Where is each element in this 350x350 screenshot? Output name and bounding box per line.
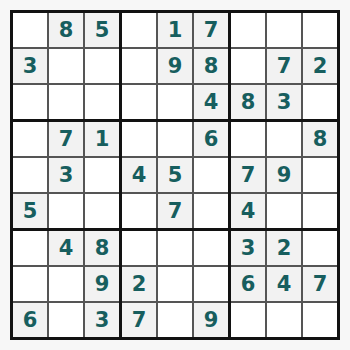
cell-r9c2[interactable]	[49, 303, 83, 337]
cell-r7c8[interactable]: 2	[267, 231, 301, 265]
box-2-2: 6457	[122, 122, 228, 228]
cell-r2c8[interactable]: 7	[267, 49, 301, 83]
cell-r8c9[interactable]: 7	[303, 267, 337, 301]
sudoku-page: 8531798472837135645787944896327932647	[0, 0, 350, 350]
box-3-2: 279	[122, 231, 228, 337]
cell-r9c4[interactable]: 7	[122, 303, 156, 337]
cell-r4c1[interactable]	[13, 122, 47, 156]
cell-r4c6[interactable]: 6	[194, 122, 228, 156]
cell-r3c4[interactable]	[122, 85, 156, 119]
cell-r9c5[interactable]	[158, 303, 192, 337]
cell-r6c6[interactable]	[194, 194, 228, 228]
cell-r1c6[interactable]: 7	[194, 13, 228, 47]
cell-r2c1[interactable]: 3	[13, 49, 47, 83]
cell-r6c8[interactable]	[267, 194, 301, 228]
cell-r9c1[interactable]: 6	[13, 303, 47, 337]
cell-r4c5[interactable]	[158, 122, 192, 156]
cell-r5c9[interactable]	[303, 158, 337, 192]
cell-r3c9[interactable]	[303, 85, 337, 119]
cell-r6c2[interactable]	[49, 194, 83, 228]
box-1-3: 7283	[231, 13, 337, 119]
cell-r2c7[interactable]	[231, 49, 265, 83]
cell-r7c5[interactable]	[158, 231, 192, 265]
cell-r3c1[interactable]	[13, 85, 47, 119]
cell-r7c7[interactable]: 3	[231, 231, 265, 265]
cell-r8c5[interactable]	[158, 267, 192, 301]
box-2-1: 7135	[13, 122, 119, 228]
cell-r2c9[interactable]: 2	[303, 49, 337, 83]
cell-r3c7[interactable]: 8	[231, 85, 265, 119]
box-3-1: 48963	[13, 231, 119, 337]
cell-r5c8[interactable]: 9	[267, 158, 301, 192]
cell-r5c6[interactable]	[194, 158, 228, 192]
sudoku-board: 8531798472837135645787944896327932647	[10, 10, 340, 340]
cell-r7c2[interactable]: 4	[49, 231, 83, 265]
cell-r1c4[interactable]	[122, 13, 156, 47]
cell-r3c2[interactable]	[49, 85, 83, 119]
cell-r9c7[interactable]	[231, 303, 265, 337]
cell-r6c4[interactable]	[122, 194, 156, 228]
cell-r1c3[interactable]: 5	[85, 13, 119, 47]
cell-r2c3[interactable]	[85, 49, 119, 83]
cell-r3c3[interactable]	[85, 85, 119, 119]
cell-r8c3[interactable]: 9	[85, 267, 119, 301]
box-1-2: 17984	[122, 13, 228, 119]
cell-r3c8[interactable]: 3	[267, 85, 301, 119]
cell-r1c7[interactable]	[231, 13, 265, 47]
cell-r7c3[interactable]: 8	[85, 231, 119, 265]
cell-r6c7[interactable]: 4	[231, 194, 265, 228]
cell-r1c1[interactable]	[13, 13, 47, 47]
cell-r8c8[interactable]: 4	[267, 267, 301, 301]
box-1-1: 853	[13, 13, 119, 119]
cell-r4c3[interactable]: 1	[85, 122, 119, 156]
cell-r7c6[interactable]	[194, 231, 228, 265]
cell-r9c9[interactable]	[303, 303, 337, 337]
cell-r4c4[interactable]	[122, 122, 156, 156]
cell-r8c4[interactable]: 2	[122, 267, 156, 301]
cell-r4c2[interactable]: 7	[49, 122, 83, 156]
box-3-3: 32647	[231, 231, 337, 337]
cell-r6c3[interactable]	[85, 194, 119, 228]
box-2-3: 8794	[231, 122, 337, 228]
cell-r1c9[interactable]	[303, 13, 337, 47]
cell-r2c2[interactable]	[49, 49, 83, 83]
cell-r9c6[interactable]: 9	[194, 303, 228, 337]
cell-r8c1[interactable]	[13, 267, 47, 301]
cell-r7c1[interactable]	[13, 231, 47, 265]
cell-r5c1[interactable]	[13, 158, 47, 192]
cell-r9c8[interactable]	[267, 303, 301, 337]
cell-r5c3[interactable]	[85, 158, 119, 192]
cell-r1c5[interactable]: 1	[158, 13, 192, 47]
cell-r2c4[interactable]	[122, 49, 156, 83]
cell-r5c4[interactable]: 4	[122, 158, 156, 192]
cell-r2c5[interactable]: 9	[158, 49, 192, 83]
cell-r2c6[interactable]: 8	[194, 49, 228, 83]
cell-r4c8[interactable]	[267, 122, 301, 156]
cell-r3c5[interactable]	[158, 85, 192, 119]
cell-r5c7[interactable]: 7	[231, 158, 265, 192]
cell-r5c5[interactable]: 5	[158, 158, 192, 192]
cell-r8c2[interactable]	[49, 267, 83, 301]
cell-r7c9[interactable]	[303, 231, 337, 265]
cell-r8c7[interactable]: 6	[231, 267, 265, 301]
cell-r4c9[interactable]: 8	[303, 122, 337, 156]
cell-r1c8[interactable]	[267, 13, 301, 47]
cell-r6c1[interactable]: 5	[13, 194, 47, 228]
cell-r8c6[interactable]	[194, 267, 228, 301]
cell-r6c5[interactable]: 7	[158, 194, 192, 228]
cell-r1c2[interactable]: 8	[49, 13, 83, 47]
cell-r7c4[interactable]	[122, 231, 156, 265]
cell-r5c2[interactable]: 3	[49, 158, 83, 192]
cell-r6c9[interactable]	[303, 194, 337, 228]
cell-r3c6[interactable]: 4	[194, 85, 228, 119]
cell-r4c7[interactable]	[231, 122, 265, 156]
cell-r9c3[interactable]: 3	[85, 303, 119, 337]
